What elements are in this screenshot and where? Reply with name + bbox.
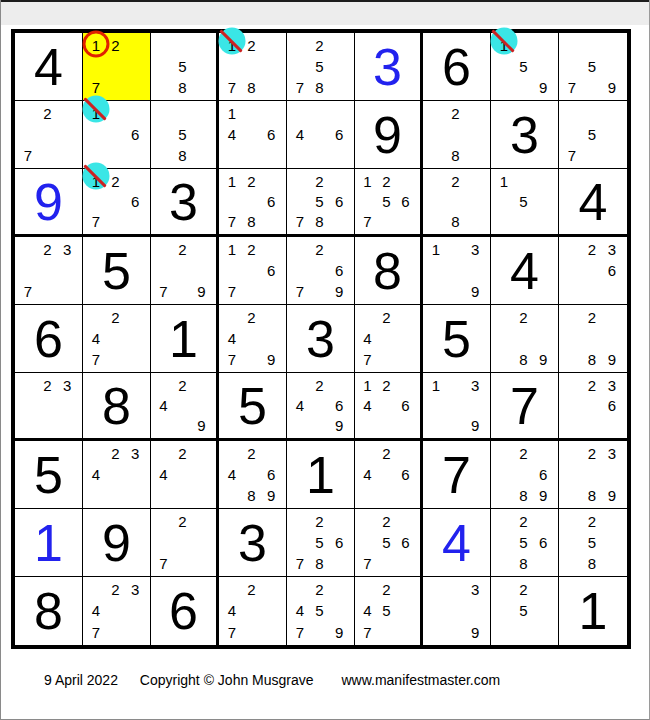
given-digit: 3 [238,517,267,569]
candidate-6: 6 [261,191,281,211]
cell-r9c5[interactable]: 24579 [287,577,355,645]
candidate-grid: 289 [559,305,627,372]
candidate-3: 3 [602,239,622,260]
cell-r3c1[interactable]: 9 [15,169,83,237]
candidate-5: 5 [582,124,602,145]
candidate-2: 2 [310,239,330,260]
candidate-7: 7 [358,349,377,370]
cell-r3c5[interactable]: 25678 [287,169,355,237]
candidate-6: 6 [329,532,349,553]
candidate-7: 7 [86,212,106,232]
entered-digit: 9 [34,176,63,228]
cell-r6c3[interactable]: 249 [151,373,219,441]
candidate-2: 2 [106,579,126,600]
candidate-grid: 237 [15,237,82,304]
cell-r5c5[interactable]: 3 [287,305,355,373]
candidate-grid: 2567 [355,509,420,576]
candidate-grid: 2389 [559,441,627,508]
candidate-3: 3 [57,375,77,395]
candidate-4: 4 [154,464,173,485]
candidate-4: 4 [154,395,173,415]
candidate-grid: 23 [15,373,82,438]
cell-r4c2[interactable]: 5 [83,237,151,305]
cell-r2c2[interactable]: 16 [83,101,151,169]
cell-r8c5[interactable]: 25678 [287,509,355,577]
cell-r4c1[interactable]: 237 [15,237,83,305]
cell-r4c3[interactable]: 279 [151,237,219,305]
candidate-grid: 25678 [287,509,354,576]
candidate-7: 7 [358,553,377,574]
cell-r9c1[interactable]: 8 [15,577,83,645]
candidate-6: 6 [396,532,415,553]
candidate-2: 2 [446,171,466,191]
candidate-1: 1 [494,35,514,56]
candidate-grid: 1246 [355,373,420,438]
cell-r1c8[interactable]: 159 [491,33,559,101]
candidate-5: 5 [377,600,396,621]
candidate-4: 4 [222,124,242,145]
candidate-grid: 28 [423,101,490,168]
candidate-3: 3 [465,579,485,600]
cell-r9c2[interactable]: 2347 [83,577,151,645]
candidate-4: 4 [86,464,106,485]
candidate-6: 6 [261,464,281,485]
candidate-1: 1 [86,103,106,124]
candidate-8: 8 [446,145,466,166]
candidate-2: 2 [38,375,58,395]
cell-r3c2[interactable]: 1267 [83,169,151,237]
given-digit: 5 [102,245,131,297]
candidate-9: 9 [261,349,281,370]
cell-r8c3[interactable]: 27 [151,509,219,577]
candidate-8: 8 [173,77,192,98]
candidate-2: 2 [106,171,126,191]
candidate-9: 9 [192,281,211,302]
candidate-8: 8 [242,77,262,98]
candidate-2: 2 [446,103,466,124]
cell-r4c6[interactable]: 8 [355,237,423,305]
candidate-1: 1 [426,239,446,260]
candidate-7: 7 [562,77,582,98]
given-digit: 3 [510,109,539,161]
cell-r5c9[interactable]: 289 [559,305,627,373]
candidate-9: 9 [533,77,553,98]
footer: 9 April 2022 Copyright © John Musgrave w… [44,672,500,688]
candidate-grid: 2578 [287,33,354,100]
cell-r8c7[interactable]: 4 [423,509,491,577]
candidate-9: 9 [329,281,349,302]
candidate-5: 5 [514,532,534,553]
given-digit: 3 [169,176,198,228]
candidate-9: 9 [602,77,622,98]
cell-r7c2[interactable]: 234 [83,441,151,509]
candidate-3: 3 [57,239,77,260]
candidate-4: 4 [290,395,310,415]
cell-r5c1[interactable]: 6 [15,305,83,373]
cell-r9c4[interactable]: 247 [219,577,287,645]
candidate-4: 4 [290,124,310,145]
given-digit: 4 [510,245,539,297]
candidate-2: 2 [38,239,58,260]
candidate-2: 2 [242,443,262,464]
candidate-grid: 1267 [83,169,150,234]
candidate-9: 9 [602,349,622,370]
candidate-grid: 57 [559,101,627,168]
given-digit: 1 [306,449,335,501]
cell-r6c4[interactable]: 5 [219,373,287,441]
cell-r6c7[interactable]: 139 [423,373,491,441]
given-digit: 9 [102,517,131,569]
candidate-grid: 28 [423,169,490,234]
candidate-1: 1 [222,35,242,56]
candidate-grid: 25678 [287,169,354,234]
candidate-9: 9 [465,622,485,643]
candidate-grid: 246 [355,441,420,508]
given-digit: 5 [442,313,471,365]
target-ring-icon [82,30,109,57]
cell-r1c4[interactable]: 1278 [219,33,287,101]
given-digit: 5 [238,380,267,432]
candidate-6: 6 [329,260,349,281]
candidate-7: 7 [290,77,310,98]
candidate-7: 7 [290,281,310,302]
page-background: 4127581278257836159579271658146469283579… [0,0,650,720]
candidate-8: 8 [514,485,534,506]
candidate-5: 5 [582,532,602,553]
cell-r5c2[interactable]: 247 [83,305,151,373]
candidate-4: 4 [358,464,377,485]
candidate-9: 9 [533,349,553,370]
candidate-2: 2 [173,375,192,395]
candidate-grid: 24689 [219,441,286,508]
cell-r8c2[interactable]: 9 [83,509,151,577]
candidate-5: 5 [514,600,534,621]
candidate-2: 2 [242,171,262,191]
cell-r8c6[interactable]: 2567 [355,509,423,577]
candidate-5: 5 [310,600,330,621]
cell-r2c8[interactable]: 3 [491,101,559,169]
cell-r2c7[interactable]: 28 [423,101,491,169]
candidate-7: 7 [154,281,173,302]
candidate-grid: 2679 [287,237,354,304]
candidate-grid: 58 [151,101,216,168]
given-digit: 7 [510,380,539,432]
candidate-grid: 24579 [287,577,354,645]
candidate-2: 2 [38,103,58,124]
cell-r5c6[interactable]: 247 [355,305,423,373]
given-digit: 6 [34,313,63,365]
cell-r8c9[interactable]: 258 [559,509,627,577]
candidate-4: 4 [222,464,242,485]
cell-r9c7[interactable]: 39 [423,577,491,645]
cell-r1c5[interactable]: 2578 [287,33,355,101]
candidate-7: 7 [358,212,377,232]
candidate-2: 2 [514,511,534,532]
candidate-grid: 24 [151,441,216,508]
candidate-grid: 279 [151,237,216,304]
given-digit: 4 [579,176,608,228]
cell-r7c1[interactable]: 5 [15,441,83,509]
cell-r7c6[interactable]: 246 [355,441,423,509]
candidate-4: 4 [86,328,106,349]
candidate-7: 7 [222,212,242,232]
candidate-8: 8 [242,485,262,506]
candidate-2: 2 [310,375,330,395]
entered-digit: 3 [373,41,402,93]
cell-r1c6[interactable]: 3 [355,33,423,101]
candidate-2: 2 [377,171,396,191]
candidate-5: 5 [310,56,330,77]
candidate-grid: 258 [559,509,627,576]
candidate-6: 6 [533,464,553,485]
cell-r6c5[interactable]: 2469 [287,373,355,441]
candidate-4: 4 [358,328,377,349]
cell-r6c2[interactable]: 8 [83,373,151,441]
candidate-1: 1 [222,171,242,191]
candidate-grid: 139 [423,373,490,438]
candidate-1: 1 [426,375,446,395]
given-digit: 4 [34,41,63,93]
candidate-1: 1 [494,171,514,191]
candidate-2: 2 [377,443,396,464]
cell-r2c6[interactable]: 9 [355,101,423,169]
candidate-2: 2 [582,239,602,260]
candidate-1: 1 [222,103,242,124]
candidate-2: 2 [582,443,602,464]
candidate-4: 4 [290,600,310,621]
candidate-grid: 1278 [219,33,286,100]
candidate-5: 5 [377,532,396,553]
candidate-grid: 12678 [219,169,286,234]
candidate-6: 6 [329,395,349,415]
candidate-9: 9 [465,416,485,436]
candidate-3: 3 [125,579,145,600]
candidate-4: 4 [222,328,242,349]
candidate-4: 4 [358,600,377,621]
candidate-5: 5 [173,56,192,77]
cell-r8c8[interactable]: 2568 [491,509,559,577]
candidate-7: 7 [358,622,377,643]
candidate-7: 7 [222,281,242,302]
cell-r6c6[interactable]: 1246 [355,373,423,441]
candidate-grid: 27 [151,509,216,576]
given-digit: 1 [169,313,198,365]
cell-r6c1[interactable]: 23 [15,373,83,441]
candidate-7: 7 [86,349,106,370]
cell-r2c3[interactable]: 58 [151,101,219,169]
candidate-2: 2 [242,35,262,56]
cell-r3c7[interactable]: 28 [423,169,491,237]
sudoku-board: 4127581278257836159579271658146469283579… [11,29,631,649]
candidate-grid: 249 [151,373,216,438]
candidate-7: 7 [290,212,310,232]
candidate-grid: 236 [559,237,627,304]
cell-r4c4[interactable]: 1267 [219,237,287,305]
cell-r1c2[interactable]: 127 [83,33,151,101]
candidate-6: 6 [261,124,281,145]
cell-r2c5[interactable]: 46 [287,101,355,169]
cell-r3c4[interactable]: 12678 [219,169,287,237]
cell-r3c6[interactable]: 12567 [355,169,423,237]
candidate-9: 9 [533,485,553,506]
cell-r1c7[interactable]: 6 [423,33,491,101]
candidate-grid: 236 [559,373,627,438]
candidate-grid: 25 [491,577,558,645]
candidate-grid: 2457 [355,577,420,645]
cell-r1c1[interactable]: 4 [15,33,83,101]
candidate-7: 7 [290,622,310,643]
candidate-6: 6 [396,395,415,415]
candidate-8: 8 [242,212,262,232]
candidate-grid: 39 [423,577,490,645]
cell-r9c9[interactable]: 1 [559,577,627,645]
cell-r7c9[interactable]: 2389 [559,441,627,509]
candidate-8: 8 [310,553,330,574]
candidate-6: 6 [329,191,349,211]
candidate-grid: 2347 [83,577,150,645]
cell-r4c9[interactable]: 236 [559,237,627,305]
given-digit: 6 [442,41,471,93]
candidate-1: 1 [222,239,242,260]
given-digit: 1 [579,585,608,637]
candidate-5: 5 [310,191,330,211]
cell-r3c9[interactable]: 4 [559,169,627,237]
candidate-grid: 247 [83,305,150,372]
candidate-9: 9 [192,416,211,436]
candidate-grid: 234 [83,441,150,508]
candidate-9: 9 [602,485,622,506]
candidate-7: 7 [222,622,242,643]
candidate-5: 5 [173,124,192,145]
candidate-7: 7 [18,145,38,166]
cell-r8c1[interactable]: 1 [15,509,83,577]
candidate-8: 8 [310,77,330,98]
candidate-grid: 247 [219,577,286,645]
cell-r7c5[interactable]: 1 [287,441,355,509]
candidate-2: 2 [173,443,192,464]
candidate-grid: 2479 [219,305,286,372]
page-header-bar [1,0,649,25]
candidate-2: 2 [582,511,602,532]
candidate-8: 8 [514,553,534,574]
cell-r2c4[interactable]: 146 [219,101,287,169]
candidate-1: 1 [358,375,377,395]
cell-r9c3[interactable]: 6 [151,577,219,645]
candidate-grid: 12567 [355,169,420,234]
candidate-grid: 579 [559,33,627,100]
candidate-2: 2 [106,443,126,464]
candidate-6: 6 [533,532,553,553]
cell-r5c3[interactable]: 1 [151,305,219,373]
candidate-2: 2 [242,239,262,260]
candidate-2: 2 [242,579,262,600]
cell-r9c8[interactable]: 25 [491,577,559,645]
cell-r3c3[interactable]: 3 [151,169,219,237]
candidate-grid: 159 [491,33,558,100]
candidate-8: 8 [582,349,602,370]
candidate-9: 9 [329,416,349,436]
cell-r4c5[interactable]: 2679 [287,237,355,305]
candidate-5: 5 [310,532,330,553]
candidate-2: 2 [173,239,192,260]
given-digit: 9 [373,109,402,161]
candidate-8: 8 [173,145,192,166]
given-digit: 8 [102,380,131,432]
cell-r7c7[interactable]: 7 [423,441,491,509]
candidate-2: 2 [242,307,262,328]
cell-r2c1[interactable]: 27 [15,101,83,169]
candidate-grid: 2469 [287,373,354,438]
footer-copyright: Copyright © John Musgrave [140,672,314,688]
candidate-1: 1 [86,35,106,56]
candidate-2: 2 [514,307,534,328]
candidate-3: 3 [465,239,485,260]
candidate-grid: 27 [15,101,82,168]
cell-r4c7[interactable]: 139 [423,237,491,305]
candidate-6: 6 [602,395,622,415]
given-digit: 3 [306,313,335,365]
candidate-8: 8 [582,553,602,574]
candidate-2: 2 [377,579,396,600]
cell-r5c8[interactable]: 289 [491,305,559,373]
candidate-9: 9 [465,281,485,302]
candidate-3: 3 [465,375,485,395]
candidate-2: 2 [582,307,602,328]
candidate-8: 8 [514,349,534,370]
candidate-6: 6 [396,464,415,485]
candidate-1: 1 [86,171,106,191]
cell-r7c8[interactable]: 2689 [491,441,559,509]
cell-r2c9[interactable]: 57 [559,101,627,169]
cell-r7c4[interactable]: 24689 [219,441,287,509]
candidate-2: 2 [377,511,396,532]
candidate-6: 6 [125,191,145,211]
candidate-5: 5 [377,191,396,211]
cell-r4c8[interactable]: 4 [491,237,559,305]
cell-r1c9[interactable]: 579 [559,33,627,101]
candidate-2: 2 [310,511,330,532]
entered-digit: 1 [34,517,63,569]
candidate-4: 4 [358,395,377,415]
candidate-7: 7 [222,349,242,370]
candidate-grid: 146 [219,101,286,168]
candidate-5: 5 [514,56,534,77]
cell-r6c8[interactable]: 7 [491,373,559,441]
candidate-5: 5 [514,191,534,211]
cell-r5c4[interactable]: 2479 [219,305,287,373]
candidate-7: 7 [222,77,242,98]
cell-r3c8[interactable]: 15 [491,169,559,237]
given-digit: 6 [169,585,198,637]
cell-r9c6[interactable]: 2457 [355,577,423,645]
cell-r7c3[interactable]: 24 [151,441,219,509]
given-digit: 8 [373,245,402,297]
candidate-7: 7 [562,145,582,166]
cell-r1c3[interactable]: 58 [151,33,219,101]
cell-r6c9[interactable]: 236 [559,373,627,441]
candidate-9: 9 [261,485,281,506]
cell-r5c7[interactable]: 5 [423,305,491,373]
candidate-grid: 46 [287,101,354,168]
candidate-grid: 2568 [491,509,558,576]
candidate-grid: 289 [491,305,558,372]
candidate-2: 2 [173,511,192,532]
candidate-grid: 1267 [219,237,286,304]
candidate-4: 4 [86,600,106,621]
candidate-8: 8 [582,485,602,506]
cell-r8c4[interactable]: 3 [219,509,287,577]
candidate-2: 2 [106,307,126,328]
